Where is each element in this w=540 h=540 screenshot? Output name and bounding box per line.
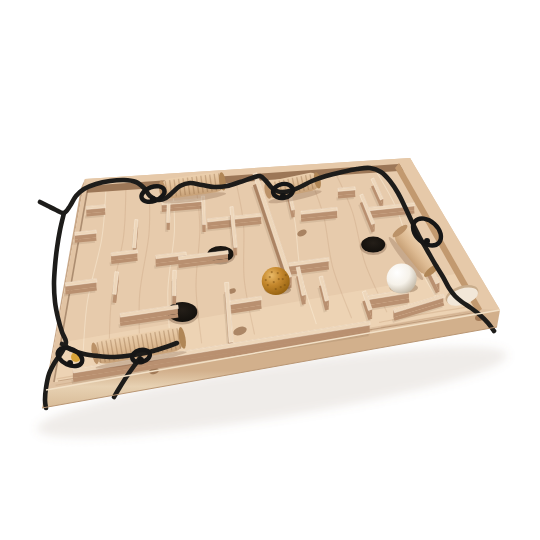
cork-speckle	[280, 286, 282, 288]
wall-top-face	[167, 203, 171, 223]
cork-speckle	[284, 284, 286, 286]
cork-speckle	[265, 279, 267, 281]
cork-speckle	[271, 271, 273, 273]
maze-wall	[73, 230, 96, 245]
cord-knot-blob	[424, 238, 430, 244]
cork-speckle	[267, 284, 269, 286]
cork-speckle	[277, 272, 279, 274]
cord-knot-blob	[67, 360, 73, 366]
cord-knot-blob	[280, 193, 286, 199]
cork-speckle	[273, 281, 275, 283]
hole-right-center	[361, 237, 385, 253]
cord-knot-blob	[150, 196, 156, 202]
product-photo-wooden-labyrinth	[0, 0, 540, 540]
maze-wall	[336, 187, 355, 201]
cork-speckle	[278, 278, 280, 280]
white-ball	[387, 264, 417, 294]
cork-speckle	[275, 288, 277, 290]
wall-top-face	[172, 270, 176, 295]
maze-wall	[85, 205, 106, 219]
cord-knot-blob	[138, 357, 144, 363]
labyrinth-board-scene	[0, 0, 540, 540]
cork-speckle	[269, 276, 271, 278]
wooden-labyrinth-photo	[0, 0, 540, 540]
cork-speckle	[285, 274, 287, 276]
cork-speckle	[282, 278, 284, 280]
